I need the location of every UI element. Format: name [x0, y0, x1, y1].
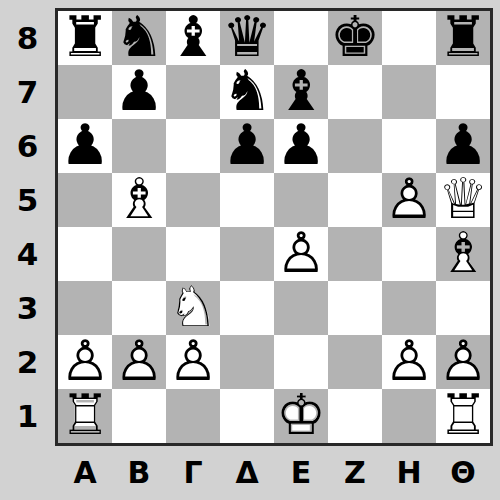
piece-white-pawn: ♟♙: [274, 227, 328, 281]
square-c3[interactable]: ♞♘: [166, 281, 220, 335]
piece-white-pawn: ♟♙: [112, 335, 166, 389]
square-a1[interactable]: ♜♖: [58, 389, 112, 443]
square-f4[interactable]: [328, 227, 382, 281]
piece-white-queen: ♛♕: [436, 173, 490, 227]
piece-black-bishop: ♝: [166, 11, 220, 65]
square-c6[interactable]: [166, 119, 220, 173]
square-e6[interactable]: ♟: [274, 119, 328, 173]
rank-label-1: 1: [0, 389, 55, 443]
square-h4[interactable]: ♝♗: [436, 227, 490, 281]
square-h3[interactable]: [436, 281, 490, 335]
file-label-Ζ: Ζ: [328, 446, 382, 498]
black-piece-layer: ♜: [436, 11, 490, 65]
square-h7[interactable]: [436, 65, 490, 119]
square-b2[interactable]: ♟♙: [112, 335, 166, 389]
piece-white-knight: ♞♘: [166, 281, 220, 335]
square-a3[interactable]: [58, 281, 112, 335]
square-f6[interactable]: [328, 119, 382, 173]
piece-white-pawn: ♟♙: [166, 335, 220, 389]
square-c5[interactable]: [166, 173, 220, 227]
square-g6[interactable]: [382, 119, 436, 173]
piece-black-knight: ♞: [220, 65, 274, 119]
piece-white-pawn: ♟♙: [382, 335, 436, 389]
white-piece-outline-layer: ♙: [166, 335, 220, 389]
white-piece-outline-layer: ♕: [436, 173, 490, 227]
white-piece-outline-layer: ♗: [112, 173, 166, 227]
white-piece-outline-layer: ♙: [58, 335, 112, 389]
chess-board: ♜♞♝♛♚♜♟♞♝♟♟♟♟♝♗♟♙♛♕♟♙♝♗♞♘♟♙♟♙♟♙♟♙♟♙♜♖♚♔♜…: [55, 8, 493, 446]
square-f5[interactable]: [328, 173, 382, 227]
rank-label-7: 7: [0, 65, 55, 119]
square-g7[interactable]: [382, 65, 436, 119]
piece-black-bishop: ♝: [274, 65, 328, 119]
black-piece-layer: ♚: [328, 11, 382, 65]
square-a6[interactable]: ♟: [58, 119, 112, 173]
square-f8[interactable]: ♚: [328, 11, 382, 65]
square-d3[interactable]: [220, 281, 274, 335]
black-piece-layer: ♝: [274, 65, 328, 119]
piece-black-pawn: ♟: [436, 119, 490, 173]
square-h6[interactable]: ♟: [436, 119, 490, 173]
square-d6[interactable]: ♟: [220, 119, 274, 173]
rank-label-8: 8: [0, 11, 55, 65]
square-d5[interactable]: [220, 173, 274, 227]
file-label-Β: Β: [112, 446, 166, 498]
square-e2[interactable]: [274, 335, 328, 389]
black-piece-layer: ♟: [436, 119, 490, 173]
rank-label-6: 6: [0, 119, 55, 173]
chess-diagram-panel: 87654321 ♜♞♝♛♚♜♟♞♝♟♟♟♟♝♗♟♙♛♕♟♙♝♗♞♘♟♙♟♙♟♙…: [0, 0, 500, 500]
square-f3[interactable]: [328, 281, 382, 335]
white-piece-outline-layer: ♙: [382, 173, 436, 227]
file-label-Θ: Θ: [436, 446, 490, 498]
black-piece-layer: ♝: [166, 11, 220, 65]
black-piece-layer: ♟: [274, 119, 328, 173]
white-piece-outline-layer: ♙: [112, 335, 166, 389]
piece-white-rook: ♜♖: [58, 389, 112, 443]
rank-labels: 87654321: [0, 11, 55, 443]
square-e7[interactable]: ♝: [274, 65, 328, 119]
piece-black-rook: ♜: [436, 11, 490, 65]
white-piece-outline-layer: ♖: [436, 389, 490, 443]
rank-label-3: 3: [0, 281, 55, 335]
square-f7[interactable]: [328, 65, 382, 119]
square-c1[interactable]: [166, 389, 220, 443]
file-label-Ε: Ε: [274, 446, 328, 498]
piece-white-rook: ♜♖: [436, 389, 490, 443]
black-piece-layer: ♟: [58, 119, 112, 173]
white-piece-outline-layer: ♖: [58, 389, 112, 443]
square-e1[interactable]: ♚♔: [274, 389, 328, 443]
piece-black-king: ♚: [328, 11, 382, 65]
file-label-Δ: Δ: [220, 446, 274, 498]
piece-black-rook: ♜: [58, 11, 112, 65]
square-g4[interactable]: [382, 227, 436, 281]
square-a8[interactable]: ♜: [58, 11, 112, 65]
piece-black-queen: ♛: [220, 11, 274, 65]
piece-white-bishop: ♝♗: [436, 227, 490, 281]
square-f1[interactable]: [328, 389, 382, 443]
square-e3[interactable]: [274, 281, 328, 335]
square-b6[interactable]: [112, 119, 166, 173]
piece-black-knight: ♞: [112, 11, 166, 65]
square-b8[interactable]: ♞: [112, 11, 166, 65]
square-e8[interactable]: [274, 11, 328, 65]
square-c4[interactable]: [166, 227, 220, 281]
square-b3[interactable]: [112, 281, 166, 335]
piece-black-pawn: ♟: [274, 119, 328, 173]
square-a7[interactable]: [58, 65, 112, 119]
square-c8[interactable]: ♝: [166, 11, 220, 65]
rank-label-2: 2: [0, 335, 55, 389]
square-b1[interactable]: [112, 389, 166, 443]
square-g3[interactable]: [382, 281, 436, 335]
black-piece-layer: ♛: [220, 11, 274, 65]
square-e5[interactable]: [274, 173, 328, 227]
square-h2[interactable]: ♟♙: [436, 335, 490, 389]
square-c7[interactable]: [166, 65, 220, 119]
piece-white-pawn: ♟♙: [436, 335, 490, 389]
square-a2[interactable]: ♟♙: [58, 335, 112, 389]
square-h5[interactable]: ♛♕: [436, 173, 490, 227]
black-piece-layer: ♜: [58, 11, 112, 65]
file-labels: ΑΒΓΔΕΖΗΘ: [58, 446, 490, 498]
square-d4[interactable]: [220, 227, 274, 281]
square-a4[interactable]: [58, 227, 112, 281]
black-piece-layer: ♟: [112, 65, 166, 119]
file-label-Η: Η: [382, 446, 436, 498]
file-label-Α: Α: [58, 446, 112, 498]
square-b4[interactable]: [112, 227, 166, 281]
square-g5[interactable]: ♟♙: [382, 173, 436, 227]
square-g1[interactable]: [382, 389, 436, 443]
square-h8[interactable]: ♜: [436, 11, 490, 65]
white-piece-outline-layer: ♙: [382, 335, 436, 389]
rank-label-5: 5: [0, 173, 55, 227]
square-c2[interactable]: ♟♙: [166, 335, 220, 389]
white-piece-outline-layer: ♙: [274, 227, 328, 281]
black-piece-layer: ♞: [112, 11, 166, 65]
rank-label-4: 4: [0, 227, 55, 281]
square-h1[interactable]: ♜♖: [436, 389, 490, 443]
square-d2[interactable]: [220, 335, 274, 389]
piece-white-bishop: ♝♗: [112, 173, 166, 227]
square-b5[interactable]: ♝♗: [112, 173, 166, 227]
file-label-Γ: Γ: [166, 446, 220, 498]
square-f2[interactable]: [328, 335, 382, 389]
square-b7[interactable]: ♟: [112, 65, 166, 119]
square-g8[interactable]: [382, 11, 436, 65]
piece-white-pawn: ♟♙: [58, 335, 112, 389]
piece-white-pawn: ♟♙: [382, 173, 436, 227]
piece-black-pawn: ♟: [220, 119, 274, 173]
white-piece-outline-layer: ♔: [274, 389, 328, 443]
square-e4[interactable]: ♟♙: [274, 227, 328, 281]
black-piece-layer: ♟: [220, 119, 274, 173]
white-piece-outline-layer: ♘: [166, 281, 220, 335]
square-d7[interactable]: ♞: [220, 65, 274, 119]
square-g2[interactable]: ♟♙: [382, 335, 436, 389]
square-d8[interactable]: ♛: [220, 11, 274, 65]
white-piece-outline-layer: ♙: [436, 335, 490, 389]
square-d1[interactable]: [220, 389, 274, 443]
piece-black-pawn: ♟: [58, 119, 112, 173]
black-piece-layer: ♞: [220, 65, 274, 119]
piece-black-pawn: ♟: [112, 65, 166, 119]
square-a5[interactable]: [58, 173, 112, 227]
white-piece-outline-layer: ♗: [436, 227, 490, 281]
piece-white-king: ♚♔: [274, 389, 328, 443]
